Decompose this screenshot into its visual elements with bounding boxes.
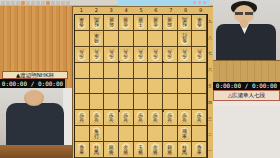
board-cell: 角行 [178,31,193,47]
board-cell: 歩兵 [119,47,134,63]
board-cell: 玉将 [134,142,149,158]
board-cell: 歩兵 [192,110,207,126]
shogi-piece: 銀将 [106,16,117,29]
shogi-piece: 歩兵 [135,48,146,61]
board-cell [75,94,90,110]
board-cell [163,79,178,95]
shogi-piece: 香車 [194,16,205,29]
board-cell: 歩兵 [75,110,90,126]
file-label: 3 [104,7,119,14]
board-cell [148,94,163,110]
board-cell: 歩兵 [163,47,178,63]
board-cell: 歩兵 [90,47,105,63]
board-cell [163,31,178,47]
board-cell [134,31,149,47]
toolbar-button[interactable] [51,1,55,5]
hoshi-point [118,61,120,63]
hoshi-point [162,110,164,112]
board-cell [163,63,178,79]
file-label: 4 [119,7,134,14]
shogi-piece: 桂馬 [179,143,190,156]
board-cell: 金将 [119,15,134,31]
gote-player-hand [240,19,248,28]
board-cell: 飛車 [90,31,105,47]
titlebar-icon [203,1,206,4]
board-cell: 王将 [134,15,149,31]
board-cell: 金将 [119,142,134,158]
board-cell [90,63,105,79]
shogi-piece: 歩兵 [76,111,87,124]
board-cell: 香車 [75,142,90,158]
board-cell [104,126,119,142]
file-label: 8 [178,7,193,14]
shogi-piece: 歩兵 [120,48,131,61]
board-cell [178,94,193,110]
sente-player-head [24,90,44,106]
board-cell: 銀将 [104,142,119,158]
board-cell: 桂馬 [178,15,193,31]
board-cell: 香車 [75,15,90,31]
board-cell: 歩兵 [178,47,193,63]
shogi-piece: 桂馬 [179,16,190,29]
shogi-piece: 歩兵 [106,111,117,124]
board-cell [104,79,119,95]
board-cell [148,79,163,95]
board-cell [134,126,149,142]
board-cell [119,63,134,79]
board-cell [148,31,163,47]
toolbar-button[interactable] [6,1,10,5]
shogi-piece: 王将 [135,16,146,29]
toolbar-button[interactable] [36,1,40,5]
shogi-piece: 金将 [120,16,131,29]
real-shogi-board [213,60,280,82]
shogi-piece: 香車 [194,143,205,156]
board-cell: 金将 [148,15,163,31]
board-cell: 銀将 [104,15,119,31]
shogi-piece: 桂馬 [91,143,102,156]
board-cell [104,94,119,110]
shogi-piece: 銀将 [106,143,117,156]
sente-player-body [6,103,64,147]
file-label: 9 [193,7,208,14]
sente-name-plate: ▲渡辺明NHK杯 [2,71,68,79]
shogi-piece: 玉将 [135,143,146,156]
board-cell [192,94,207,110]
shogi-piece: 歩兵 [194,111,205,124]
board-cell [178,79,193,95]
toolbar-button[interactable] [31,1,35,5]
shogi-piece: 歩兵 [179,48,190,61]
board-cell [178,63,193,79]
board-cell: 歩兵 [90,110,105,126]
file-label: 7 [163,7,178,14]
board-cell: 歩兵 [119,110,134,126]
shogi-piece: 角行 [91,127,102,140]
toolbar-button[interactable] [11,1,15,5]
board-cell [104,63,119,79]
file-labels: 123456789 [74,7,208,14]
toolbar-button[interactable] [41,1,45,5]
shogi-board-window: 123456789 香車桂馬銀将金将王将金将銀将桂馬香車飛車角行歩兵歩兵歩兵歩兵… [72,6,213,158]
shogi-piece: 桂馬 [91,16,102,29]
shogi-piece: 金将 [150,16,161,29]
board-cell [134,94,149,110]
board-cell [90,79,105,95]
titlebar-icon [193,1,196,4]
board-cell: 桂馬 [90,15,105,31]
shogi-piece: 歩兵 [76,48,87,61]
toolbar-button[interactable] [46,1,50,5]
file-label: 5 [134,7,149,14]
board-cell: 香車 [192,142,207,158]
board-cell: 歩兵 [178,110,193,126]
toolbar-button[interactable] [56,1,60,5]
shogi-piece: 飛車 [91,32,102,45]
board-cell: 歩兵 [104,110,119,126]
hoshi-point [118,110,120,112]
board-cell [104,31,119,47]
shogi-piece: 歩兵 [91,48,102,61]
shogi-piece: 歩兵 [194,48,205,61]
board-cell [148,126,163,142]
board-cell [119,126,134,142]
shogi-piece: 銀将 [164,16,175,29]
shogi-piece: 飛車 [179,127,190,140]
shogi-piece: 歩兵 [106,48,117,61]
file-label: 2 [89,7,104,14]
shogi-piece: 金将 [150,143,161,156]
board-cell [192,126,207,142]
shogi-piece: 歩兵 [120,111,131,124]
shogi-piece: 歩兵 [150,48,161,61]
board-cell: 香車 [192,15,207,31]
board-cell: 歩兵 [134,47,149,63]
board-cell: 飛車 [178,126,193,142]
toolbar-button[interactable] [1,1,5,5]
board-cell [192,31,207,47]
sente-video-feed [0,88,72,158]
desktop-background [213,101,280,158]
sente-clock: 0:00:00 / 0:00:00 [0,79,65,88]
file-label: 1 [74,7,89,14]
board-cell: 歩兵 [192,47,207,63]
board-cell [119,31,134,47]
board-cell: 桂馬 [178,142,193,158]
board-cell: 歩兵 [163,110,178,126]
board-cell: 歩兵 [148,47,163,63]
board-cell: 歩兵 [75,47,90,63]
board-cell: 歩兵 [148,110,163,126]
board-cell [75,79,90,95]
board-cell [148,63,163,79]
board-cell [134,79,149,95]
shogi-piece: 歩兵 [135,111,146,124]
board-cell [192,79,207,95]
board-cell: 角行 [90,126,105,142]
board-cell: 歩兵 [134,110,149,126]
shogi-piece: 金将 [120,143,131,156]
board-cell [119,94,134,110]
board-cell: 歩兵 [104,47,119,63]
toolbar-button[interactable] [66,1,70,5]
shogi-piece: 香車 [76,16,87,29]
table-edge [0,145,72,158]
toolbar-button[interactable] [61,1,65,5]
shogi-piece: 歩兵 [164,111,175,124]
shogi-piece: 歩兵 [91,111,102,124]
board-cell [75,63,90,79]
board-cell: 桂馬 [90,142,105,158]
shogi-piece: 歩兵 [164,48,175,61]
board-cell: 金将 [148,142,163,158]
toolbar-button[interactable] [16,1,20,5]
titlebar-icon [198,1,201,4]
gote-video-feed [213,0,280,82]
board-cell [75,31,90,47]
file-label: 6 [148,7,163,14]
toolbar-button[interactable] [26,1,30,5]
board-cell [75,126,90,142]
gote-name-plate: △広瀬章人七段 [213,90,280,101]
board-cell [119,79,134,95]
board-grid: 香車桂馬銀将金将王将金将銀将桂馬香車飛車角行歩兵歩兵歩兵歩兵歩兵歩兵歩兵歩兵歩兵… [74,14,208,158]
shogi-piece: 香車 [76,143,87,156]
shogi-piece: 歩兵 [150,111,161,124]
board-cell: 銀将 [163,142,178,158]
board-cell: 銀将 [163,15,178,31]
board-cell [134,63,149,79]
shogi-piece: 銀将 [164,143,175,156]
board-cell [90,94,105,110]
shogi-piece: 角行 [179,32,190,45]
toolbar-button[interactable] [21,1,25,5]
glasses-icon [235,12,253,15]
hoshi-point [162,61,164,63]
board-cell [163,126,178,142]
board-cell [192,63,207,79]
board-cell [163,94,178,110]
broadcast-screen: ▲渡辺明NHK杯 0:00:00 / 0:00:00 123456789 香車桂… [0,0,280,158]
gote-clock: 0:00:00 / 0:00:00 [213,82,280,90]
shogi-piece: 歩兵 [179,111,190,124]
